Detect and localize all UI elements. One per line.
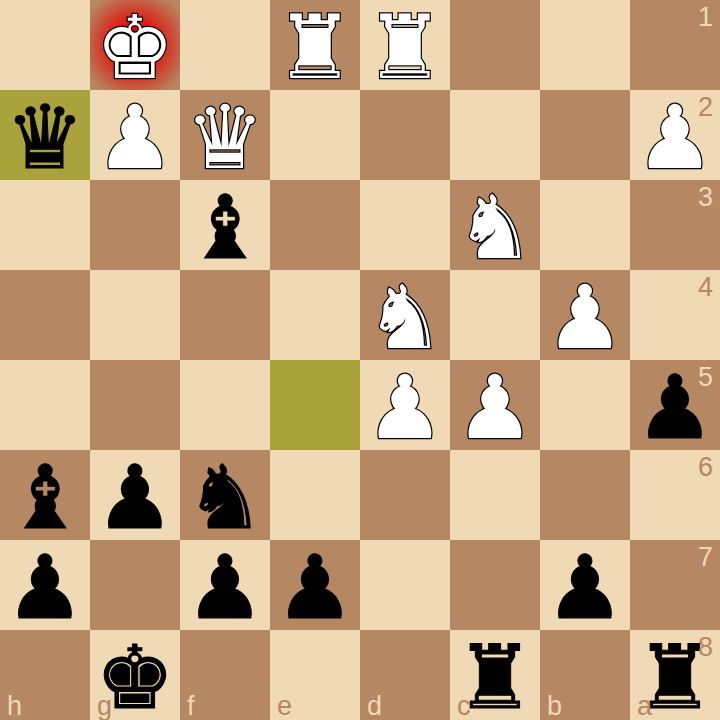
- piece-white-rook[interactable]: ♜: [366, 4, 445, 92]
- square-c3[interactable]: ♞: [450, 180, 540, 270]
- square-d6[interactable]: [360, 450, 450, 540]
- square-c2[interactable]: [450, 90, 540, 180]
- coord-file-d: d: [367, 693, 382, 720]
- chess-board[interactable]: ♚♜♜1♛♟♛♟2♝♞3♞♟4♟♟♟5♝♟♞6♟♟♟♟7h♚gfed♜cb♜8a: [0, 0, 720, 720]
- coord-file-f: f: [187, 693, 195, 720]
- square-f1[interactable]: [180, 0, 270, 90]
- square-f8[interactable]: f: [180, 630, 270, 720]
- square-g8[interactable]: ♚g: [90, 630, 180, 720]
- square-d2[interactable]: [360, 90, 450, 180]
- square-b8[interactable]: b: [540, 630, 630, 720]
- square-c7[interactable]: [450, 540, 540, 630]
- square-h7[interactable]: ♟: [0, 540, 90, 630]
- piece-black-rook[interactable]: ♜: [636, 634, 715, 720]
- square-e8[interactable]: e: [270, 630, 360, 720]
- piece-black-pawn[interactable]: ♟: [546, 544, 625, 632]
- piece-white-king[interactable]: ♚: [96, 4, 175, 92]
- piece-white-knight[interactable]: ♞: [366, 274, 445, 362]
- square-b4[interactable]: ♟: [540, 270, 630, 360]
- square-e1[interactable]: ♜: [270, 0, 360, 90]
- chess-app: ♚♜♜1♛♟♛♟2♝♞3♞♟4♟♟♟5♝♟♞6♟♟♟♟7h♚gfed♜cb♜8a: [0, 0, 720, 720]
- square-a8[interactable]: ♜8a: [630, 630, 720, 720]
- square-e6[interactable]: [270, 450, 360, 540]
- square-c4[interactable]: [450, 270, 540, 360]
- piece-white-queen[interactable]: ♛: [186, 94, 265, 182]
- square-g6[interactable]: ♟: [90, 450, 180, 540]
- coord-rank-1: 1: [698, 4, 713, 31]
- square-e5[interactable]: [270, 360, 360, 450]
- square-d1[interactable]: ♜: [360, 0, 450, 90]
- square-h1[interactable]: [0, 0, 90, 90]
- square-c8[interactable]: ♜c: [450, 630, 540, 720]
- square-e3[interactable]: [270, 180, 360, 270]
- square-f5[interactable]: [180, 360, 270, 450]
- square-f3[interactable]: ♝: [180, 180, 270, 270]
- piece-black-pawn[interactable]: ♟: [186, 544, 265, 632]
- square-a7[interactable]: 7: [630, 540, 720, 630]
- square-f4[interactable]: [180, 270, 270, 360]
- square-h8[interactable]: h: [0, 630, 90, 720]
- square-d4[interactable]: ♞: [360, 270, 450, 360]
- square-h2[interactable]: ♛: [0, 90, 90, 180]
- square-h5[interactable]: [0, 360, 90, 450]
- coord-file-e: e: [277, 693, 292, 720]
- piece-white-pawn[interactable]: ♟: [546, 274, 625, 362]
- piece-white-rook[interactable]: ♜: [276, 4, 355, 92]
- square-a2[interactable]: ♟2: [630, 90, 720, 180]
- square-b5[interactable]: [540, 360, 630, 450]
- square-b6[interactable]: [540, 450, 630, 540]
- square-b3[interactable]: [540, 180, 630, 270]
- piece-black-pawn[interactable]: ♟: [636, 364, 715, 452]
- piece-black-bishop[interactable]: ♝: [186, 184, 265, 272]
- square-g4[interactable]: [90, 270, 180, 360]
- square-e4[interactable]: [270, 270, 360, 360]
- piece-black-rook[interactable]: ♜: [456, 634, 535, 720]
- square-a3[interactable]: 3: [630, 180, 720, 270]
- square-d7[interactable]: [360, 540, 450, 630]
- piece-white-pawn[interactable]: ♟: [456, 364, 535, 452]
- coord-file-b: b: [547, 693, 562, 720]
- square-b2[interactable]: [540, 90, 630, 180]
- square-h4[interactable]: [0, 270, 90, 360]
- square-g5[interactable]: [90, 360, 180, 450]
- piece-black-bishop[interactable]: ♝: [6, 454, 85, 542]
- square-h3[interactable]: [0, 180, 90, 270]
- square-b7[interactable]: ♟: [540, 540, 630, 630]
- square-a4[interactable]: 4: [630, 270, 720, 360]
- square-f7[interactable]: ♟: [180, 540, 270, 630]
- square-b1[interactable]: [540, 0, 630, 90]
- piece-black-pawn[interactable]: ♟: [6, 544, 85, 632]
- piece-black-knight[interactable]: ♞: [186, 454, 265, 542]
- square-a1[interactable]: 1: [630, 0, 720, 90]
- square-g7[interactable]: [90, 540, 180, 630]
- square-h6[interactable]: ♝: [0, 450, 90, 540]
- piece-black-pawn[interactable]: ♟: [276, 544, 355, 632]
- piece-black-pawn[interactable]: ♟: [96, 454, 175, 542]
- square-f6[interactable]: ♞: [180, 450, 270, 540]
- square-c1[interactable]: [450, 0, 540, 90]
- square-f2[interactable]: ♛: [180, 90, 270, 180]
- coord-file-h: h: [7, 693, 22, 720]
- square-e2[interactable]: [270, 90, 360, 180]
- piece-white-knight[interactable]: ♞: [456, 184, 535, 272]
- square-c6[interactable]: [450, 450, 540, 540]
- coord-rank-6: 6: [698, 454, 713, 481]
- square-g2[interactable]: ♟: [90, 90, 180, 180]
- square-a5[interactable]: ♟5: [630, 360, 720, 450]
- coord-rank-7: 7: [698, 544, 713, 571]
- piece-black-king[interactable]: ♚: [96, 634, 175, 720]
- square-d8[interactable]: d: [360, 630, 450, 720]
- square-g3[interactable]: [90, 180, 180, 270]
- square-d3[interactable]: [360, 180, 450, 270]
- piece-white-pawn[interactable]: ♟: [366, 364, 445, 452]
- square-e7[interactable]: ♟: [270, 540, 360, 630]
- square-d5[interactable]: ♟: [360, 360, 450, 450]
- piece-black-queen[interactable]: ♛: [6, 94, 85, 182]
- piece-white-pawn[interactable]: ♟: [636, 94, 715, 182]
- square-c5[interactable]: ♟: [450, 360, 540, 450]
- piece-white-pawn[interactable]: ♟: [96, 94, 175, 182]
- coord-rank-3: 3: [698, 184, 713, 211]
- square-a6[interactable]: 6: [630, 450, 720, 540]
- coord-rank-4: 4: [698, 274, 713, 301]
- square-g1[interactable]: ♚: [90, 0, 180, 90]
